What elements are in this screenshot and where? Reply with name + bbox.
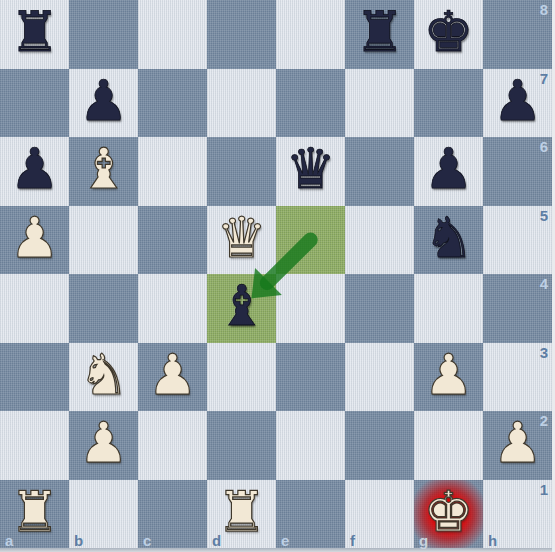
square-h3[interactable]: 3 [483,343,552,412]
square-b3[interactable]: ♞ [69,343,138,412]
coord-file-e: e [281,532,289,549]
white-pawn[interactable]: ♟ [147,347,197,403]
square-c7[interactable] [138,69,207,138]
square-f1[interactable]: f [345,480,414,549]
coord-rank-1: 1 [540,481,548,498]
square-g8[interactable]: ♚ [414,0,483,69]
square-g2[interactable] [414,411,483,480]
black-pawn[interactable]: ♟ [423,141,473,197]
coord-file-f: f [350,532,355,549]
square-f3[interactable] [345,343,414,412]
square-c4[interactable] [138,274,207,343]
coord-rank-5: 5 [540,207,548,224]
square-c1[interactable]: c [138,480,207,549]
square-b6[interactable]: ♝ [69,137,138,206]
black-pawn[interactable]: ♟ [78,73,128,129]
black-king[interactable]: ♚ [423,4,473,60]
black-rook[interactable]: ♜ [9,4,59,60]
square-b7[interactable]: ♟ [69,69,138,138]
square-b4[interactable] [69,274,138,343]
white-pawn[interactable]: ♟ [9,210,59,266]
coord-file-b: b [74,532,83,549]
square-h6[interactable]: 6 [483,137,552,206]
white-rook[interactable]: ♜ [216,484,266,540]
square-e4[interactable] [276,274,345,343]
square-b8[interactable] [69,0,138,69]
square-g5[interactable]: ♞ [414,206,483,275]
square-c6[interactable] [138,137,207,206]
square-h4[interactable]: 4 [483,274,552,343]
square-d8[interactable] [207,0,276,69]
square-a3[interactable] [0,343,69,412]
square-d1[interactable]: ♜d [207,480,276,549]
square-e1[interactable]: e [276,480,345,549]
square-c3[interactable]: ♟ [138,343,207,412]
white-king[interactable]: ♚ [423,484,473,540]
square-e8[interactable] [276,0,345,69]
square-h2[interactable]: ♟2 [483,411,552,480]
square-b2[interactable]: ♟ [69,411,138,480]
square-e2[interactable] [276,411,345,480]
square-d6[interactable] [207,137,276,206]
black-bishop[interactable]: ♝ [216,278,266,334]
white-queen[interactable]: ♛ [216,210,266,266]
square-e3[interactable] [276,343,345,412]
square-a1[interactable]: ♜a [0,480,69,549]
square-g1[interactable]: ♚g [414,480,483,549]
white-knight[interactable]: ♞ [78,347,128,403]
square-d4[interactable]: ♝ [207,274,276,343]
square-c2[interactable] [138,411,207,480]
white-rook[interactable]: ♜ [9,484,59,540]
square-f8[interactable]: ♜ [345,0,414,69]
chess-board-screenshot: ♜♜♚8♟♟7♟♝♛♟6♟♛♞5♝4♞♟♟3♟♟2♜abc♜def♚g1h [0,0,555,552]
square-f5[interactable] [345,206,414,275]
square-d7[interactable] [207,69,276,138]
square-h1[interactable]: 1h [483,480,552,549]
square-c5[interactable] [138,206,207,275]
square-a8[interactable]: ♜ [0,0,69,69]
square-h7[interactable]: ♟7 [483,69,552,138]
coord-rank-4: 4 [540,275,548,292]
square-d2[interactable] [207,411,276,480]
black-knight[interactable]: ♞ [423,210,473,266]
white-pawn[interactable]: ♟ [78,415,128,471]
square-d3[interactable] [207,343,276,412]
square-a7[interactable] [0,69,69,138]
square-g6[interactable]: ♟ [414,137,483,206]
black-pawn[interactable]: ♟ [9,141,59,197]
square-a5[interactable]: ♟ [0,206,69,275]
white-pawn[interactable]: ♟ [492,415,542,471]
square-c8[interactable] [138,0,207,69]
square-b5[interactable] [69,206,138,275]
square-d5[interactable]: ♛ [207,206,276,275]
coord-file-c: c [143,532,151,549]
white-pawn[interactable]: ♟ [423,347,473,403]
coord-file-h: h [488,532,497,549]
square-g4[interactable] [414,274,483,343]
black-rook[interactable]: ♜ [354,4,404,60]
square-h8[interactable]: 8 [483,0,552,69]
board-bottom-edge [0,548,552,552]
black-pawn[interactable]: ♟ [492,73,542,129]
square-g7[interactable] [414,69,483,138]
square-a6[interactable]: ♟ [0,137,69,206]
square-e7[interactable] [276,69,345,138]
square-e5[interactable] [276,206,345,275]
square-g3[interactable]: ♟ [414,343,483,412]
square-h5[interactable]: 5 [483,206,552,275]
white-bishop[interactable]: ♝ [78,141,128,197]
square-f7[interactable] [345,69,414,138]
square-a2[interactable] [0,411,69,480]
black-queen[interactable]: ♛ [285,141,335,197]
square-e6[interactable]: ♛ [276,137,345,206]
coord-rank-3: 3 [540,344,548,361]
coord-rank-8: 8 [540,1,548,18]
square-b1[interactable]: b [69,480,138,549]
chess-board: ♜♜♚8♟♟7♟♝♛♟6♟♛♞5♝4♞♟♟3♟♟2♜abc♜def♚g1h [0,0,552,548]
square-f4[interactable] [345,274,414,343]
coord-rank-6: 6 [540,138,548,155]
square-f6[interactable] [345,137,414,206]
square-a4[interactable] [0,274,69,343]
square-f2[interactable] [345,411,414,480]
